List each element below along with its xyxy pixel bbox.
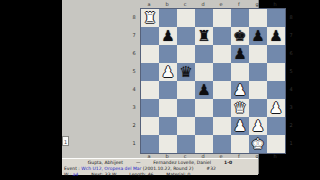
square-g2: ♟ <box>249 117 267 135</box>
square-e3 <box>213 99 231 117</box>
square-b8 <box>159 9 177 27</box>
square-a3 <box>141 99 159 117</box>
square-h8 <box>267 9 285 27</box>
square-c2 <box>177 117 195 135</box>
chess-board: ♜♟♜♚♟♟♟♟♛♟♟♛♟♟♟♚ <box>140 8 286 154</box>
square-g6 <box>249 45 267 63</box>
black-pawn-g7: ♟ <box>249 27 267 45</box>
black-pawn-f6: ♟ <box>231 45 249 63</box>
black-player-name: Fernandez Lovelle, Daniel <box>153 160 211 165</box>
square-c4 <box>177 81 195 99</box>
rank-label-7: 7 <box>287 26 295 44</box>
square-d1 <box>195 135 213 153</box>
black-king-f7: ♚ <box>231 27 249 45</box>
square-f8 <box>231 9 249 27</box>
square-d2 <box>195 117 213 135</box>
square-f6: ♟ <box>231 45 249 63</box>
square-b7: ♟ <box>159 27 177 45</box>
rank-label-7: 7 <box>130 26 138 44</box>
rank-label-3: 3 <box>287 98 295 116</box>
players-separator: — <box>136 160 141 165</box>
square-c1 <box>177 135 195 153</box>
square-e5 <box>213 63 231 81</box>
rank-label-8: 8 <box>130 8 138 26</box>
square-e1 <box>213 135 231 153</box>
square-f2: ♟ <box>231 117 249 135</box>
rank-labels-left: 87654321 <box>130 8 138 152</box>
rank-label-4: 4 <box>287 80 295 98</box>
square-f1 <box>231 135 249 153</box>
game-result: 1-0 <box>224 160 232 165</box>
white-pawn-b5: ♟ <box>159 63 177 81</box>
rank-label-2: 2 <box>130 116 138 134</box>
square-g7: ♟ <box>249 27 267 45</box>
square-a7 <box>141 27 159 45</box>
square-a6 <box>141 45 159 63</box>
square-d7: ♜ <box>195 27 213 45</box>
square-c5: ♛ <box>177 63 195 81</box>
white-queen-f3: ♛ <box>231 99 249 117</box>
white-pawn-g2: ♟ <box>249 117 267 135</box>
square-e2 <box>213 117 231 135</box>
square-h1 <box>267 135 285 153</box>
white-pawn-f2: ♟ <box>231 117 249 135</box>
square-g5 <box>249 63 267 81</box>
file-label-f: f <box>230 1 248 7</box>
square-e8 <box>213 9 231 27</box>
game-info-bar: Gupta, Abhijeet — Fernandez Lovelle, Dan… <box>62 158 258 175</box>
square-d8 <box>195 9 213 27</box>
black-pawn-h7: ♟ <box>267 27 285 45</box>
rank-label-1: 1 <box>287 134 295 152</box>
rank-label-6: 6 <box>287 44 295 62</box>
rank-label-3: 3 <box>130 98 138 116</box>
square-h6 <box>267 45 285 63</box>
square-a5 <box>141 63 159 81</box>
event-date-round: (2001.10.22, Round 2) <box>141 166 193 171</box>
square-e6 <box>213 45 231 63</box>
square-a8: ♜ <box>141 9 159 27</box>
square-b6 <box>159 45 177 63</box>
square-f7: ♚ <box>231 27 249 45</box>
square-d3 <box>195 99 213 117</box>
move-tag: #32 <box>206 166 216 171</box>
file-label-h: h <box>266 1 284 7</box>
stats-line: W : a4 Next: 33 W Length: 46 Material: 0 <box>62 172 258 177</box>
file-labels-top: abcdefgh <box>140 1 284 7</box>
last-move: a4 <box>73 172 79 177</box>
rank-label-8: 8 <box>287 8 295 26</box>
move-side: W : <box>64 172 71 177</box>
event-label: Event : <box>64 166 81 171</box>
square-b4 <box>159 81 177 99</box>
black-pawn-b7: ♟ <box>159 27 177 45</box>
edge-marker: 1 <box>62 136 69 146</box>
square-d4: ♟ <box>195 81 213 99</box>
file-label-b: b <box>158 1 176 7</box>
rank-label-1: 1 <box>130 134 138 152</box>
square-h5 <box>267 63 285 81</box>
square-e4 <box>213 81 231 99</box>
rank-label-5: 5 <box>287 62 295 80</box>
black-queen-c5: ♛ <box>177 63 195 81</box>
square-g8 <box>249 9 267 27</box>
white-player-name: Gupta, Abhijeet <box>88 160 123 165</box>
square-g1: ♚ <box>249 135 267 153</box>
square-b3 <box>159 99 177 117</box>
material-balance: Material: 0 <box>166 172 190 177</box>
rank-label-6: 6 <box>130 44 138 62</box>
file-label-g: g <box>248 1 266 7</box>
event-link: Wch U12, Oropesa del Mar <box>81 166 141 171</box>
square-h3: ♟ <box>267 99 285 117</box>
players-line: Gupta, Abhijeet — Fernandez Lovelle, Dan… <box>62 160 258 165</box>
square-b1 <box>159 135 177 153</box>
square-a4 <box>141 81 159 99</box>
video-content-panel: abcdefgh abcdefgh 87654321 87654321 ♜♟♜♚… <box>62 0 259 174</box>
white-king-g1: ♚ <box>249 135 267 153</box>
black-rook-d7: ♜ <box>195 27 213 45</box>
rank-label-4: 4 <box>130 80 138 98</box>
rank-label-2: 2 <box>287 116 295 134</box>
square-c7 <box>177 27 195 45</box>
square-g3 <box>249 99 267 117</box>
square-a1 <box>141 135 159 153</box>
white-pawn-f4: ♟ <box>231 81 249 99</box>
square-f4: ♟ <box>231 81 249 99</box>
square-e7 <box>213 27 231 45</box>
rank-labels-right: 87654321 <box>287 8 295 152</box>
game-length: Length: 46 <box>129 172 153 177</box>
white-rook-a8: ♜ <box>141 9 159 27</box>
square-g4 <box>249 81 267 99</box>
square-a2 <box>141 117 159 135</box>
black-pawn-d4: ♟ <box>195 81 213 99</box>
square-c6 <box>177 45 195 63</box>
square-c8 <box>177 9 195 27</box>
square-h2 <box>267 117 285 135</box>
square-b2 <box>159 117 177 135</box>
rank-label-5: 5 <box>130 62 138 80</box>
square-c3 <box>177 99 195 117</box>
white-pawn-h3: ♟ <box>267 99 285 117</box>
square-f3: ♛ <box>231 99 249 117</box>
square-h4 <box>267 81 285 99</box>
square-f5 <box>231 63 249 81</box>
square-b5: ♟ <box>159 63 177 81</box>
file-label-d: d <box>194 1 212 7</box>
next-move-indicator: Next: 33 W <box>91 172 116 177</box>
square-d6 <box>195 45 213 63</box>
event-line: Event : Wch U12, Oropesa del Mar (2001.1… <box>62 166 258 171</box>
file-label-a: a <box>140 1 158 7</box>
file-label-c: c <box>176 1 194 7</box>
file-label-e: e <box>212 1 230 7</box>
square-d5 <box>195 63 213 81</box>
square-h7: ♟ <box>267 27 285 45</box>
